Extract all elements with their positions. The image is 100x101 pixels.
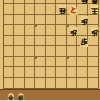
board-cell[interactable] (4, 36, 14, 46)
board-cell[interactable] (4, 67, 14, 77)
board-cell[interactable] (77, 67, 87, 77)
board-cell[interactable] (88, 36, 98, 46)
star-point (35, 25, 37, 27)
board-cell[interactable] (35, 15, 45, 25)
board-cell[interactable] (56, 78, 66, 88)
board-cell[interactable] (56, 46, 66, 56)
board-cell[interactable] (88, 67, 98, 77)
board-cell[interactable] (46, 46, 56, 56)
board-cell[interactable] (4, 57, 14, 67)
board-cell[interactable] (14, 25, 24, 35)
board-cell[interactable] (67, 78, 77, 88)
board-cell[interactable] (67, 15, 77, 25)
board-cell[interactable] (46, 36, 56, 46)
board-cell[interactable] (46, 4, 56, 14)
star-point (67, 57, 69, 59)
board-cell[interactable] (46, 67, 56, 77)
board-cell[interactable] (88, 57, 98, 67)
board-cell[interactable] (14, 36, 24, 46)
board-cell[interactable] (14, 78, 24, 88)
piece-glyph: 歩 (81, 17, 88, 24)
board-cell[interactable] (25, 57, 35, 67)
piece-glyph: 歩 (81, 39, 88, 46)
board-cell[interactable] (67, 67, 77, 77)
board-cell[interactable] (4, 15, 14, 25)
board-cell[interactable] (88, 46, 98, 56)
piece-glyph: 桂 (81, 0, 88, 3)
board-cell[interactable] (56, 57, 66, 67)
board-cell[interactable] (77, 78, 87, 88)
board-cell[interactable] (4, 4, 14, 14)
board-cell[interactable] (35, 67, 45, 77)
board-cell[interactable] (35, 78, 45, 88)
board-cell[interactable] (4, 46, 14, 56)
piece-glyph: 香 (91, 0, 98, 3)
sente-hand-tray[interactable] (0, 89, 100, 100)
board-cell[interactable] (25, 46, 35, 56)
board-cell[interactable] (25, 67, 35, 77)
board-cell[interactable] (77, 46, 87, 56)
board-cell[interactable] (56, 67, 66, 77)
board-cell[interactable] (14, 46, 24, 56)
piece-glyph: と (70, 7, 77, 14)
board-cell[interactable] (14, 15, 24, 25)
board-cell[interactable] (14, 57, 24, 67)
piece-glyph: 王 (91, 7, 98, 14)
board-cell[interactable] (25, 78, 35, 88)
board-cell[interactable] (14, 67, 24, 77)
board-cell[interactable] (77, 25, 87, 35)
board-cell[interactable] (25, 4, 35, 14)
board-cell[interactable] (35, 46, 45, 56)
piece-glyph: 歩 (91, 28, 98, 35)
piece-glyph: 銀 (18, 95, 24, 101)
board-cell[interactable] (25, 25, 35, 35)
board-cell[interactable] (25, 15, 35, 25)
piece-glyph: 歩 (70, 28, 77, 35)
board-cell[interactable] (4, 25, 14, 35)
piece-glyph: 金 (8, 95, 14, 101)
board-cell[interactable] (46, 15, 56, 25)
board-cell[interactable] (88, 15, 98, 25)
board-cell[interactable] (88, 78, 98, 88)
board-cell[interactable] (56, 25, 66, 35)
board-cell[interactable] (67, 46, 77, 56)
board-cell[interactable] (4, 78, 14, 88)
board-cell[interactable] (67, 36, 77, 46)
board-cell[interactable] (46, 57, 56, 67)
board-cell[interactable] (14, 4, 24, 14)
board-cell[interactable] (25, 36, 35, 46)
board-cell[interactable] (46, 25, 56, 35)
board-cell[interactable] (56, 36, 66, 46)
shogi-app-screen: 桂香桂と王歩歩歩歩 金銀 (0, 0, 100, 100)
piece-glyph: 桂 (59, 7, 66, 14)
board-cell[interactable] (46, 78, 56, 88)
board-cell[interactable] (56, 15, 66, 25)
board-cell[interactable] (77, 57, 87, 67)
shogi-board[interactable]: 桂香桂と王歩歩歩歩 (3, 0, 99, 89)
board-cell[interactable] (35, 4, 45, 14)
board-cell[interactable] (77, 4, 87, 14)
star-point (35, 57, 37, 59)
board-cell[interactable] (35, 36, 45, 46)
star-point (67, 25, 69, 27)
board-cell[interactable] (35, 25, 45, 35)
